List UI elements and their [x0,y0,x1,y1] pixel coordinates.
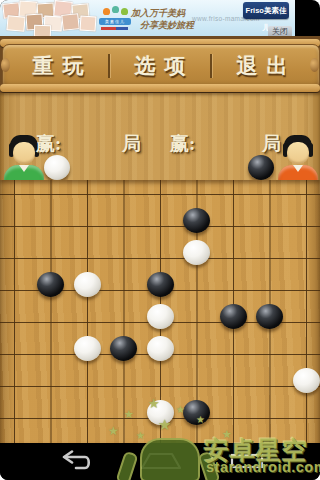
watermark-star-icon: ★ [176,404,185,415]
replay-button[interactable]: 重玩 [8,52,108,80]
white-stone [74,272,101,297]
right-player-black-stone-icon [248,155,274,180]
white-stone [183,240,210,265]
black-stone [183,208,210,233]
watermark-site: starandroid.com [206,459,320,475]
phone-screen: 美素佳儿 加入万千美妈 分享美妙旅程 www.friso-mama.com Fr… [0,0,320,480]
left-win-unit: 局 [122,131,141,157]
black-stone [220,304,247,329]
black-stone [256,304,283,329]
plaque-bottom-rail [0,84,320,92]
back-icon[interactable] [52,450,92,474]
android-robot-watermark [118,438,218,480]
watermark-star-icon: ★ [196,414,205,425]
watermark-star-icon: ★ [158,416,171,434]
white-stone [293,368,320,393]
baby-photos-collage [1,1,97,35]
options-button[interactable]: 选项 [110,52,210,80]
watermark-star-icon: ★ [148,396,160,411]
white-stone [74,336,101,361]
black-stone [147,272,174,297]
white-stone [147,304,174,329]
ad-banner[interactable]: 美素佳儿 加入万千美妈 分享美妙旅程 www.friso-mama.com Fr… [0,0,295,37]
menu-plaque: 重玩 选项 退出 [0,36,320,95]
gomoku-board[interactable] [0,180,320,443]
watermark-star-icon: ★ [108,424,119,438]
game-background: 重玩 选项 退出 赢: 局 败: 局 赢: 局 败: 局 [0,36,320,443]
left-win-label: 赢: [36,131,61,157]
friso-brand-badge: Friso美素佳儿 [243,2,289,19]
friso-mama-club-logo: 美素佳儿 [99,5,131,33]
black-stone [110,336,137,361]
watermark-star-icon: ★ [124,408,134,421]
exit-button[interactable]: 退出 [212,52,312,80]
right-win-label: 赢: [170,131,195,157]
left-player-white-stone-icon [44,155,70,180]
white-stone [147,336,174,361]
black-stone [37,272,64,297]
ad-slogan: 加入万千美妈 分享美妙旅程 [131,7,194,31]
